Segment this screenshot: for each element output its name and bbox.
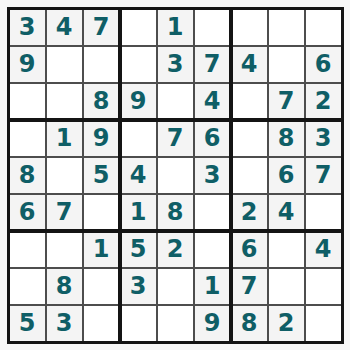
cell-r3c3: 8 [84,84,119,119]
cell-r1c5: 1 [158,10,193,45]
cell-r3c2[interactable] [47,84,82,119]
cell-r2c3[interactable] [84,47,119,82]
cell-r3c5[interactable] [158,84,193,119]
cell-r7c1[interactable] [10,232,45,267]
cell-r5c9: 7 [306,158,341,193]
cell-r8c2: 8 [47,269,82,304]
page: { "game": "sudoku", "board_size": 9, "em… [0,0,350,350]
cell-r2c1: 9 [10,47,45,82]
cell-r8c3[interactable] [84,269,119,304]
cell-r7c4: 5 [121,232,156,267]
cell-r4c7[interactable] [232,121,267,156]
cell-r8c1[interactable] [10,269,45,304]
cell-r2c5: 3 [158,47,193,82]
cell-r5c5[interactable] [158,158,193,193]
cell-r6c7: 2 [232,195,267,230]
cell-r6c6[interactable] [195,195,230,230]
cell-r9c6: 9 [195,306,230,341]
cell-r1c6[interactable] [195,10,230,45]
cell-r6c5: 8 [158,195,193,230]
cell-r3c1[interactable] [10,84,45,119]
cell-r7c8[interactable] [269,232,304,267]
cell-r9c7: 8 [232,306,267,341]
cell-r7c6[interactable] [195,232,230,267]
cell-r6c4: 1 [121,195,156,230]
cell-r3c9: 2 [306,84,341,119]
cell-r9c8: 2 [269,306,304,341]
cell-r4c2: 1 [47,121,82,156]
cell-r2c8[interactable] [269,47,304,82]
cell-r8c8[interactable] [269,269,304,304]
cell-r5c8: 6 [269,158,304,193]
cell-r2c4[interactable] [121,47,156,82]
cell-r9c2: 3 [47,306,82,341]
cell-r5c3: 5 [84,158,119,193]
cell-r6c2: 7 [47,195,82,230]
cell-r4c6: 6 [195,121,230,156]
cell-r3c4: 9 [121,84,156,119]
cell-r1c4[interactable] [121,10,156,45]
cell-r9c5[interactable] [158,306,193,341]
cell-r5c2[interactable] [47,158,82,193]
cell-r4c4[interactable] [121,121,156,156]
cell-r1c1: 3 [10,10,45,45]
cell-r6c9[interactable] [306,195,341,230]
cell-r9c1: 5 [10,306,45,341]
cell-r1c8[interactable] [269,10,304,45]
cell-r4c8: 8 [269,121,304,156]
cell-r9c9[interactable] [306,306,341,341]
cell-r9c3[interactable] [84,306,119,341]
cell-r4c5: 7 [158,121,193,156]
cell-r7c7: 6 [232,232,267,267]
cell-r8c6: 1 [195,269,230,304]
cell-r7c3: 1 [84,232,119,267]
cell-r6c3[interactable] [84,195,119,230]
cell-r6c1: 6 [10,195,45,230]
cell-r8c9[interactable] [306,269,341,304]
cell-r1c7[interactable] [232,10,267,45]
cell-r5c1: 8 [10,158,45,193]
cell-r7c9: 4 [306,232,341,267]
cell-r4c3: 9 [84,121,119,156]
cell-r1c2: 4 [47,10,82,45]
sudoku-board: 3471937468947219768385436767182415264831… [7,7,344,344]
cell-r8c4: 3 [121,269,156,304]
cell-r7c5: 2 [158,232,193,267]
cell-r2c7: 4 [232,47,267,82]
cell-r2c9: 6 [306,47,341,82]
cell-r5c7[interactable] [232,158,267,193]
cell-r4c9: 3 [306,121,341,156]
cell-r3c8: 7 [269,84,304,119]
cell-r6c8: 4 [269,195,304,230]
cell-r5c4: 4 [121,158,156,193]
cell-r8c7: 7 [232,269,267,304]
cell-r1c9[interactable] [306,10,341,45]
cell-r3c6: 4 [195,84,230,119]
cell-r2c2[interactable] [47,47,82,82]
cell-r1c3: 7 [84,10,119,45]
cell-r4c1[interactable] [10,121,45,156]
cell-r3c7[interactable] [232,84,267,119]
cell-r9c4[interactable] [121,306,156,341]
cell-r2c6: 7 [195,47,230,82]
cell-r5c6: 3 [195,158,230,193]
cell-r7c2[interactable] [47,232,82,267]
cell-r8c5[interactable] [158,269,193,304]
